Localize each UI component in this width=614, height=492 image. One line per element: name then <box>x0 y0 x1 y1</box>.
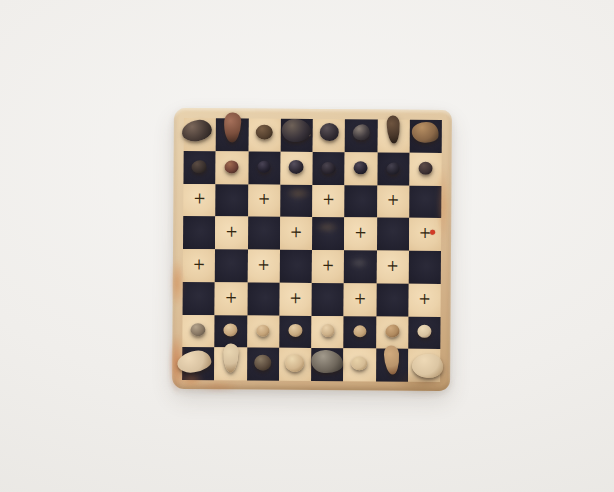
piece-white-pawn-f2[interactable] <box>353 325 366 337</box>
piece-black-pawn-d7[interactable] <box>289 160 304 174</box>
piece-black-rook-h8[interactable] <box>411 120 440 144</box>
piece-white-pawn-a2[interactable] <box>190 324 205 337</box>
piece-black-pawn-g7[interactable] <box>387 163 400 175</box>
piece-black-pawn-h7[interactable] <box>418 161 432 174</box>
piece-black-pawn-a7[interactable] <box>191 160 206 173</box>
piece-black-bishop-f8[interactable] <box>353 125 370 141</box>
piece-black-knight-g8[interactable] <box>387 116 401 144</box>
piece-white-king-e1[interactable] <box>311 349 345 374</box>
piece-white-queen-d1[interactable] <box>286 353 305 371</box>
piece-white-rook-a1[interactable] <box>176 349 213 375</box>
piece-white-knight-g1[interactable] <box>384 345 400 375</box>
piece-black-pawn-b7[interactable] <box>225 160 239 173</box>
piece-black-pawn-f7[interactable] <box>354 161 368 174</box>
piece-black-bishop-c8[interactable] <box>256 124 273 139</box>
pieces-layer <box>172 108 452 391</box>
piece-black-pawn-c7[interactable] <box>258 161 271 173</box>
piece-white-bishop-c1[interactable] <box>254 354 271 370</box>
piece-black-king-e8[interactable] <box>319 123 338 141</box>
piece-black-knight-b8[interactable] <box>223 112 242 143</box>
chess-board: ++++++++++++++++ <box>172 108 452 391</box>
piece-black-rook-a8[interactable] <box>181 118 214 143</box>
photo-background: ++++++++++++++++ <box>0 0 614 492</box>
piece-white-knight-b1[interactable] <box>223 343 239 373</box>
piece-white-pawn-h2[interactable] <box>417 325 431 338</box>
piece-white-bishop-f1[interactable] <box>352 356 368 370</box>
piece-white-pawn-e2[interactable] <box>321 324 334 337</box>
piece-white-rook-h1[interactable] <box>411 351 445 379</box>
piece-white-pawn-b2[interactable] <box>224 324 238 337</box>
piece-white-pawn-d2[interactable] <box>288 324 302 337</box>
piece-white-pawn-g2[interactable] <box>385 325 399 338</box>
piece-white-pawn-c2[interactable] <box>257 324 270 336</box>
piece-black-queen-d8[interactable] <box>282 118 312 143</box>
piece-black-pawn-e7[interactable] <box>322 162 336 174</box>
